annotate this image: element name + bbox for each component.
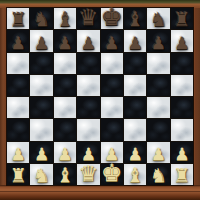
- square-g5[interactable]: [147, 75, 169, 96]
- square-b7[interactable]: ♟: [30, 30, 52, 51]
- square-f4[interactable]: [124, 97, 146, 118]
- black-pawn[interactable]: ♟: [174, 35, 189, 52]
- square-h5[interactable]: [171, 75, 193, 96]
- black-pawn[interactable]: ♟: [11, 35, 26, 52]
- white-queen[interactable]: ♛: [78, 163, 98, 185]
- black-pawn[interactable]: ♟: [104, 35, 119, 52]
- square-c5[interactable]: [54, 75, 76, 96]
- black-pawn[interactable]: ♟: [57, 35, 72, 52]
- black-queen[interactable]: ♛: [78, 7, 98, 29]
- square-d8[interactable]: ♛: [77, 8, 99, 29]
- square-d4[interactable]: [77, 97, 99, 118]
- square-f6[interactable]: [124, 53, 146, 74]
- square-d3[interactable]: [77, 119, 99, 140]
- square-c4[interactable]: [54, 97, 76, 118]
- square-c7[interactable]: ♟: [54, 30, 76, 51]
- square-c3[interactable]: [54, 119, 76, 140]
- square-b5[interactable]: [30, 75, 52, 96]
- square-e7[interactable]: ♟: [101, 30, 123, 51]
- square-b8[interactable]: ♞: [30, 8, 52, 29]
- square-h3[interactable]: [171, 119, 193, 140]
- square-a1[interactable]: ♜: [7, 164, 29, 185]
- square-a4[interactable]: [7, 97, 29, 118]
- black-bishop[interactable]: ♝: [126, 9, 144, 29]
- black-bishop[interactable]: ♝: [56, 9, 74, 29]
- square-d5[interactable]: [77, 75, 99, 96]
- square-h6[interactable]: [171, 53, 193, 74]
- black-pawn[interactable]: ♟: [127, 35, 142, 52]
- square-h2[interactable]: ♟: [171, 142, 193, 163]
- square-b4[interactable]: [30, 97, 52, 118]
- square-e6[interactable]: [101, 53, 123, 74]
- square-h8[interactable]: ♜: [171, 8, 193, 29]
- square-b6[interactable]: [30, 53, 52, 74]
- square-f1[interactable]: ♝: [124, 164, 146, 185]
- square-f3[interactable]: [124, 119, 146, 140]
- square-d7[interactable]: ♟: [77, 30, 99, 51]
- square-c2[interactable]: ♟: [54, 142, 76, 163]
- black-pawn[interactable]: ♟: [81, 35, 96, 52]
- square-b2[interactable]: ♟: [30, 142, 52, 163]
- square-f7[interactable]: ♟: [124, 30, 146, 51]
- black-pawn[interactable]: ♟: [151, 35, 166, 52]
- black-pawn[interactable]: ♟: [34, 35, 49, 52]
- square-a5[interactable]: [7, 75, 29, 96]
- chess-board: ♜♞♝♛♚♝♞♜♟♟♟♟♟♟♟♟♟♟♟♟♟♟♟♟♜♞♝♛♚♝♞♜: [7, 8, 193, 185]
- square-h4[interactable]: [171, 97, 193, 118]
- black-knight[interactable]: ♞: [150, 10, 167, 29]
- white-pawn[interactable]: ♟: [127, 146, 142, 163]
- white-pawn[interactable]: ♟: [151, 146, 166, 163]
- square-g2[interactable]: ♟: [147, 142, 169, 163]
- square-a6[interactable]: [7, 53, 29, 74]
- square-c8[interactable]: ♝: [54, 8, 76, 29]
- square-a3[interactable]: [7, 119, 29, 140]
- square-c6[interactable]: [54, 53, 76, 74]
- square-d1[interactable]: ♛: [77, 164, 99, 185]
- black-rook[interactable]: ♜: [173, 10, 190, 29]
- square-g6[interactable]: [147, 53, 169, 74]
- white-bishop[interactable]: ♝: [126, 165, 144, 185]
- square-b1[interactable]: ♞: [30, 164, 52, 185]
- square-d2[interactable]: ♟: [77, 142, 99, 163]
- square-e4[interactable]: [101, 97, 123, 118]
- square-f5[interactable]: [124, 75, 146, 96]
- white-pawn[interactable]: ♟: [11, 146, 26, 163]
- square-g4[interactable]: [147, 97, 169, 118]
- white-pawn[interactable]: ♟: [174, 146, 189, 163]
- white-pawn[interactable]: ♟: [34, 146, 49, 163]
- black-rook[interactable]: ♜: [10, 10, 27, 29]
- square-e8[interactable]: ♚: [101, 8, 123, 29]
- white-knight[interactable]: ♞: [150, 166, 167, 185]
- white-rook[interactable]: ♜: [173, 166, 190, 185]
- square-h1[interactable]: ♜: [171, 164, 193, 185]
- white-rook[interactable]: ♜: [10, 166, 27, 185]
- square-d6[interactable]: [77, 53, 99, 74]
- white-bishop[interactable]: ♝: [56, 165, 74, 185]
- square-a8[interactable]: ♜: [7, 8, 29, 29]
- white-king[interactable]: ♚: [101, 161, 123, 185]
- square-e5[interactable]: [101, 75, 123, 96]
- white-knight[interactable]: ♞: [33, 166, 50, 185]
- square-e1[interactable]: ♚: [101, 164, 123, 185]
- square-f2[interactable]: ♟: [124, 142, 146, 163]
- square-a2[interactable]: ♟: [7, 142, 29, 163]
- square-g8[interactable]: ♞: [147, 8, 169, 29]
- black-king[interactable]: ♚: [101, 5, 123, 29]
- square-g1[interactable]: ♞: [147, 164, 169, 185]
- square-a7[interactable]: ♟: [7, 30, 29, 51]
- square-e3[interactable]: [101, 119, 123, 140]
- chess-app-window: ♜♞♝♛♚♝♞♜♟♟♟♟♟♟♟♟♟♟♟♟♟♟♟♟♜♞♝♛♚♝♞♜: [0, 0, 200, 200]
- square-h7[interactable]: ♟: [171, 30, 193, 51]
- square-b3[interactable]: [30, 119, 52, 140]
- board-frame-bottom: [0, 185, 200, 200]
- white-pawn[interactable]: ♟: [57, 146, 72, 163]
- square-g3[interactable]: [147, 119, 169, 140]
- square-g7[interactable]: ♟: [147, 30, 169, 51]
- square-f8[interactable]: ♝: [124, 8, 146, 29]
- square-c1[interactable]: ♝: [54, 164, 76, 185]
- black-knight[interactable]: ♞: [33, 10, 50, 29]
